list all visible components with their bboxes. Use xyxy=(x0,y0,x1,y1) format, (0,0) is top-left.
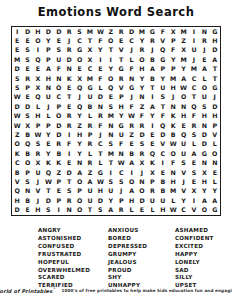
grid-cell[interactable]: J xyxy=(199,46,209,55)
grid-cell[interactable]: X xyxy=(85,46,95,55)
grid-cell[interactable]: T xyxy=(147,83,157,92)
grid-cell[interactable]: M xyxy=(85,74,95,83)
grid-cell[interactable]: H xyxy=(158,206,168,215)
grid-cell[interactable]: U xyxy=(43,93,53,102)
grid-cell[interactable]: V xyxy=(158,36,168,45)
grid-cell[interactable]: N xyxy=(116,149,126,158)
grid-cell[interactable]: Z xyxy=(12,130,22,139)
grid-cell[interactable]: U xyxy=(178,140,188,149)
grid-cell[interactable]: Y xyxy=(106,196,116,205)
grid-cell[interactable]: P xyxy=(54,102,64,111)
grid-cell[interactable]: O xyxy=(199,206,209,215)
grid-cell[interactable]: D xyxy=(22,102,32,111)
grid-cell[interactable]: F xyxy=(126,102,136,111)
grid-cell[interactable]: T xyxy=(158,102,168,111)
grid-cell[interactable]: G xyxy=(74,46,84,55)
grid-cell[interactable]: G xyxy=(199,149,209,158)
grid-cell[interactable]: H xyxy=(116,102,126,111)
grid-cell[interactable]: V xyxy=(210,130,220,139)
grid-cell[interactable]: E xyxy=(147,130,157,139)
grid-cell[interactable]: O xyxy=(74,177,84,186)
grid-cell[interactable]: E xyxy=(106,93,116,102)
grid-cell[interactable]: X xyxy=(178,46,188,55)
grid-cell[interactable]: N xyxy=(106,130,116,139)
grid-cell[interactable]: C xyxy=(85,65,95,74)
grid-cell[interactable]: Z xyxy=(106,27,116,36)
grid-cell[interactable]: X xyxy=(147,168,157,177)
grid-cell[interactable]: U xyxy=(85,93,95,102)
grid-cell[interactable]: E xyxy=(199,55,209,64)
grid-cell[interactable]: H xyxy=(199,112,209,121)
grid-cell[interactable]: A xyxy=(43,65,53,74)
grid-cell[interactable]: E xyxy=(64,83,74,92)
grid-cell[interactable]: I xyxy=(147,93,157,102)
grid-cell[interactable]: E xyxy=(22,36,32,45)
grid-cell[interactable]: X xyxy=(33,83,43,92)
grid-cell[interactable]: Y xyxy=(178,65,188,74)
grid-cell[interactable]: E xyxy=(22,93,32,102)
grid-cell[interactable]: Y xyxy=(43,149,53,158)
grid-cell[interactable]: C xyxy=(158,149,168,158)
grid-cell[interactable]: E xyxy=(22,65,32,74)
grid-cell[interactable]: B xyxy=(85,102,95,111)
grid-cell[interactable]: A xyxy=(210,196,220,205)
grid-cell[interactable]: H xyxy=(33,206,43,215)
grid-cell[interactable]: C xyxy=(74,36,84,45)
grid-cell[interactable]: E xyxy=(64,159,74,168)
grid-cell[interactable]: M xyxy=(168,74,178,83)
grid-cell[interactable]: G xyxy=(126,83,136,92)
grid-cell[interactable]: E xyxy=(22,206,32,215)
grid-cell[interactable]: R xyxy=(85,159,95,168)
grid-cell[interactable]: H xyxy=(95,187,105,196)
grid-cell[interactable]: J xyxy=(168,93,178,102)
grid-cell[interactable]: A xyxy=(210,55,220,64)
grid-cell[interactable]: Z xyxy=(126,130,136,139)
grid-cell[interactable]: P xyxy=(116,93,126,102)
grid-cell[interactable]: N xyxy=(95,102,105,111)
grid-cell[interactable]: D xyxy=(210,102,220,111)
grid-cell[interactable]: O xyxy=(106,36,116,45)
grid-cell[interactable]: N xyxy=(199,27,209,36)
grid-cell[interactable]: D xyxy=(64,168,74,177)
grid-cell[interactable]: S xyxy=(106,140,116,149)
grid-cell[interactable]: W xyxy=(168,140,178,149)
grid-cell[interactable]: F xyxy=(168,159,178,168)
grid-cell[interactable]: D xyxy=(199,130,209,139)
grid-cell[interactable]: I xyxy=(147,121,157,130)
grid-cell[interactable]: U xyxy=(106,187,116,196)
grid-cell[interactable]: B xyxy=(147,74,157,83)
grid-cell[interactable]: F xyxy=(168,46,178,55)
grid-cell[interactable]: S xyxy=(106,102,116,111)
grid-cell[interactable]: E xyxy=(12,36,22,45)
grid-cell[interactable]: A xyxy=(147,102,157,111)
grid-cell[interactable]: T xyxy=(85,206,95,215)
grid-cell[interactable]: R xyxy=(116,74,126,83)
grid-cell[interactable]: K xyxy=(168,112,178,121)
grid-cell[interactable]: H xyxy=(33,27,43,36)
grid-cell[interactable]: E xyxy=(95,65,105,74)
grid-cell[interactable]: N xyxy=(106,121,116,130)
grid-cell[interactable]: U xyxy=(85,187,95,196)
grid-cell[interactable]: I xyxy=(106,55,116,64)
grid-cell[interactable]: D xyxy=(22,27,32,36)
grid-cell[interactable]: Q xyxy=(158,46,168,55)
grid-cell[interactable]: E xyxy=(33,65,43,74)
grid-cell[interactable]: O xyxy=(178,93,188,102)
grid-cell[interactable]: K xyxy=(168,121,178,130)
grid-cell[interactable]: R xyxy=(33,149,43,158)
grid-cell[interactable]: X xyxy=(168,27,178,36)
grid-cell[interactable]: O xyxy=(54,83,64,92)
grid-cell[interactable]: Z xyxy=(74,121,84,130)
grid-cell[interactable]: F xyxy=(95,74,105,83)
grid-cell[interactable]: E xyxy=(116,36,126,45)
grid-cell[interactable]: I xyxy=(189,196,199,205)
grid-cell[interactable]: R xyxy=(95,112,105,121)
grid-cell[interactable]: Q xyxy=(12,187,22,196)
grid-cell[interactable]: X xyxy=(199,168,209,177)
grid-cell[interactable]: F xyxy=(95,36,105,45)
grid-cell[interactable]: R xyxy=(116,27,126,36)
grid-cell[interactable]: M xyxy=(137,27,147,36)
grid-cell[interactable]: D xyxy=(12,65,22,74)
grid-cell[interactable]: X xyxy=(189,187,199,196)
grid-cell[interactable]: E xyxy=(137,206,147,215)
grid-cell[interactable]: O xyxy=(54,112,64,121)
grid-cell[interactable]: M xyxy=(168,187,178,196)
grid-cell[interactable]: M xyxy=(189,65,199,74)
grid-cell[interactable]: Q xyxy=(189,102,199,111)
grid-cell[interactable]: L xyxy=(85,149,95,158)
grid-cell[interactable]: L xyxy=(95,83,105,92)
grid-cell[interactable]: O xyxy=(22,159,32,168)
grid-cell[interactable]: A xyxy=(106,206,116,215)
grid-cell[interactable]: C xyxy=(126,36,136,45)
grid-cell[interactable]: H xyxy=(178,112,188,121)
grid-cell[interactable]: D xyxy=(210,46,220,55)
grid-cell[interactable]: P xyxy=(33,121,43,130)
grid-cell[interactable]: W xyxy=(33,130,43,139)
grid-cell[interactable]: T xyxy=(116,55,126,64)
grid-cell[interactable]: F xyxy=(95,121,105,130)
grid-cell[interactable]: S xyxy=(12,74,22,83)
grid-cell[interactable]: N xyxy=(137,93,147,102)
grid-cell[interactable]: Y xyxy=(147,112,157,121)
grid-cell[interactable]: Y xyxy=(168,55,178,64)
grid-cell[interactable]: L xyxy=(126,206,136,215)
grid-cell[interactable]: R xyxy=(64,27,74,36)
grid-cell[interactable]: V xyxy=(158,140,168,149)
grid-cell[interactable]: S xyxy=(137,140,147,149)
grid-cell[interactable]: U xyxy=(33,168,43,177)
grid-cell[interactable]: B xyxy=(12,168,22,177)
grid-cell[interactable]: A xyxy=(85,177,95,186)
grid-cell[interactable]: X xyxy=(33,159,43,168)
grid-cell[interactable]: A xyxy=(199,65,209,74)
grid-cell[interactable]: H xyxy=(74,130,84,139)
grid-cell[interactable]: F xyxy=(137,112,147,121)
grid-cell[interactable]: B xyxy=(168,130,178,139)
grid-cell[interactable]: R xyxy=(64,121,74,130)
grid-cell[interactable]: S xyxy=(116,177,126,186)
grid-cell[interactable]: H xyxy=(210,36,220,45)
grid-cell[interactable]: L xyxy=(189,140,199,149)
grid-cell[interactable]: H xyxy=(126,196,136,205)
grid-cell[interactable]: J xyxy=(95,130,105,139)
grid-cell[interactable]: X xyxy=(85,55,95,64)
grid-cell[interactable]: D xyxy=(54,130,64,139)
grid-cell[interactable]: U xyxy=(158,196,168,205)
grid-cell[interactable]: D xyxy=(137,130,147,139)
grid-cell[interactable]: S xyxy=(22,55,32,64)
grid-cell[interactable]: X xyxy=(22,121,32,130)
grid-cell[interactable]: O xyxy=(12,140,22,149)
grid-cell[interactable]: L xyxy=(43,112,53,121)
grid-cell[interactable]: H xyxy=(137,65,147,74)
grid-cell[interactable]: Z xyxy=(85,168,95,177)
grid-cell[interactable]: M xyxy=(12,55,22,64)
grid-cell[interactable]: N xyxy=(199,121,209,130)
grid-cell[interactable]: B xyxy=(126,149,136,158)
grid-cell[interactable]: Q xyxy=(158,121,168,130)
grid-cell[interactable]: G xyxy=(95,168,105,177)
grid-cell[interactable]: S xyxy=(22,177,32,186)
grid-cell[interactable]: D xyxy=(199,140,209,149)
grid-cell[interactable]: L xyxy=(210,177,220,186)
grid-cell[interactable]: T xyxy=(210,65,220,74)
grid-cell[interactable]: S xyxy=(158,93,168,102)
grid-cell[interactable]: Q xyxy=(147,149,157,158)
grid-cell[interactable]: T xyxy=(85,36,95,45)
grid-cell[interactable]: I xyxy=(158,159,168,168)
grid-cell[interactable]: U xyxy=(189,46,199,55)
grid-cell[interactable]: J xyxy=(210,93,220,102)
grid-cell[interactable]: I xyxy=(126,168,136,177)
grid-cell[interactable]: U xyxy=(116,130,126,139)
grid-cell[interactable]: N xyxy=(54,74,64,83)
grid-cell[interactable]: R xyxy=(137,46,147,55)
grid-cell[interactable]: N xyxy=(22,187,32,196)
grid-cell[interactable]: Z xyxy=(137,102,147,111)
grid-cell[interactable]: P xyxy=(85,130,95,139)
grid-cell[interactable]: R xyxy=(137,121,147,130)
grid-cell[interactable]: Q xyxy=(74,102,84,111)
grid-cell[interactable]: J xyxy=(43,102,53,111)
grid-cell[interactable]: L xyxy=(126,55,136,64)
grid-cell[interactable]: M xyxy=(178,27,188,36)
grid-cell[interactable]: Z xyxy=(54,168,64,177)
grid-cell[interactable]: R xyxy=(147,36,157,45)
grid-cell[interactable]: S xyxy=(12,83,22,92)
grid-cell[interactable]: E xyxy=(54,36,64,45)
grid-cell[interactable]: Y xyxy=(95,46,105,55)
grid-cell[interactable]: D xyxy=(95,196,105,205)
grid-cell[interactable]: T xyxy=(43,187,53,196)
grid-cell[interactable]: Q xyxy=(106,83,116,92)
grid-cell[interactable]: J xyxy=(64,36,74,45)
grid-cell[interactable]: Q xyxy=(43,168,53,177)
grid-cell[interactable]: O xyxy=(106,74,116,83)
grid-cell[interactable]: X xyxy=(137,159,147,168)
grid-cell[interactable]: P xyxy=(43,121,53,130)
grid-cell[interactable]: I xyxy=(189,27,199,36)
grid-cell[interactable]: Q xyxy=(22,140,32,149)
grid-cell[interactable]: H xyxy=(33,112,43,121)
grid-cell[interactable]: J xyxy=(189,55,199,64)
grid-cell[interactable]: W xyxy=(12,93,22,102)
grid-cell[interactable]: S xyxy=(22,112,32,121)
grid-cell[interactable]: U xyxy=(85,196,95,205)
grid-cell[interactable]: G xyxy=(85,83,95,92)
grid-cell[interactable]: S xyxy=(95,206,105,215)
grid-cell[interactable]: P xyxy=(168,65,178,74)
grid-cell[interactable]: E xyxy=(210,168,220,177)
grid-cell[interactable]: S xyxy=(189,168,199,177)
grid-cell[interactable]: C xyxy=(12,159,22,168)
grid-cell[interactable]: P xyxy=(43,55,53,64)
grid-cell[interactable]: O xyxy=(126,177,136,186)
grid-cell[interactable]: J xyxy=(126,46,136,55)
grid-cell[interactable]: P xyxy=(54,196,64,205)
grid-cell[interactable]: Y xyxy=(137,36,147,45)
grid-cell[interactable]: T xyxy=(95,149,105,158)
grid-cell[interactable]: L xyxy=(147,206,157,215)
grid-cell[interactable]: P xyxy=(158,65,168,74)
grid-cell[interactable]: Y xyxy=(199,187,209,196)
grid-cell[interactable]: E xyxy=(74,65,84,74)
grid-cell[interactable]: A xyxy=(126,187,136,196)
grid-cell[interactable]: C xyxy=(189,74,199,83)
grid-cell[interactable]: G xyxy=(210,206,220,215)
grid-cell[interactable]: O xyxy=(137,55,147,64)
grid-cell[interactable]: C xyxy=(116,168,126,177)
grid-cell[interactable]: R xyxy=(189,121,199,130)
grid-cell[interactable]: F xyxy=(116,140,126,149)
grid-cell[interactable]: S xyxy=(199,102,209,111)
grid-cell[interactable]: P xyxy=(210,121,220,130)
grid-cell[interactable]: P xyxy=(54,177,64,186)
grid-cell[interactable]: N xyxy=(137,177,147,186)
grid-cell[interactable]: E xyxy=(189,177,199,186)
grid-cell[interactable]: T xyxy=(189,93,199,102)
grid-cell[interactable]: H xyxy=(168,83,178,92)
grid-cell[interactable]: R xyxy=(126,121,136,130)
grid-cell[interactable]: B xyxy=(158,177,168,186)
grid-cell[interactable]: S xyxy=(64,187,74,196)
grid-cell[interactable]: N xyxy=(126,74,136,83)
grid-cell[interactable]: E xyxy=(64,102,74,111)
grid-cell[interactable]: J xyxy=(74,93,84,102)
grid-cell[interactable]: E xyxy=(178,121,188,130)
grid-cell[interactable]: E xyxy=(43,140,53,149)
grid-cell[interactable]: F xyxy=(64,140,74,149)
grid-cell[interactable]: Y xyxy=(137,83,147,92)
grid-cell[interactable]: J xyxy=(178,177,188,186)
grid-cell[interactable]: G xyxy=(116,121,126,130)
grid-cell[interactable]: Y xyxy=(74,140,84,149)
grid-cell[interactable]: Q xyxy=(74,83,84,92)
grid-cell[interactable]: I xyxy=(64,149,74,158)
grid-cell[interactable]: J xyxy=(33,177,43,186)
grid-cell[interactable]: Y xyxy=(74,112,84,121)
grid-cell[interactable]: B xyxy=(147,55,157,64)
grid-cell[interactable]: S xyxy=(106,177,116,186)
grid-cell[interactable]: F xyxy=(158,112,168,121)
grid-cell[interactable]: U xyxy=(54,55,64,64)
grid-cell[interactable]: L xyxy=(33,102,43,111)
grid-cell[interactable]: P xyxy=(22,83,32,92)
grid-cell[interactable]: I xyxy=(106,168,116,177)
grid-cell[interactable]: S xyxy=(189,130,199,139)
grid-cell[interactable]: J xyxy=(33,196,43,205)
grid-cell[interactable]: D xyxy=(64,55,74,64)
grid-cell[interactable]: S xyxy=(43,206,53,215)
grid-cell[interactable]: U xyxy=(158,83,168,92)
grid-cell[interactable]: O xyxy=(74,196,84,205)
grid-cell[interactable]: R xyxy=(137,149,147,158)
grid-cell[interactable]: D xyxy=(54,27,64,36)
grid-cell[interactable]: S xyxy=(74,27,84,36)
grid-cell[interactable]: D xyxy=(126,27,136,36)
grid-cell[interactable]: T xyxy=(106,46,116,55)
grid-cell[interactable]: O xyxy=(168,149,178,158)
grid-cell[interactable]: Y xyxy=(210,187,220,196)
grid-cell[interactable]: L xyxy=(85,112,95,121)
grid-cell[interactable]: B xyxy=(22,196,32,205)
grid-cell[interactable]: H xyxy=(168,177,178,186)
grid-cell[interactable]: R xyxy=(22,74,32,83)
grid-cell[interactable]: S xyxy=(33,140,43,149)
grid-cell[interactable]: M xyxy=(85,27,95,36)
grid-cell[interactable]: B xyxy=(22,130,32,139)
grid-cell[interactable]: C xyxy=(95,140,105,149)
grid-cell[interactable]: N xyxy=(168,168,178,177)
grid-cell[interactable]: E xyxy=(12,46,22,55)
grid-cell[interactable]: V xyxy=(33,187,43,196)
grid-cell[interactable]: H xyxy=(43,74,53,83)
grid-cell[interactable]: P xyxy=(147,177,157,186)
grid-cell[interactable]: Q xyxy=(33,55,43,64)
grid-cell[interactable]: K xyxy=(12,149,22,158)
grid-cell[interactable]: G xyxy=(158,55,168,64)
grid-cell[interactable]: U xyxy=(147,196,157,205)
grid-cell[interactable]: G xyxy=(116,65,126,74)
grid-cell[interactable]: U xyxy=(199,93,209,102)
grid-cell[interactable]: R xyxy=(147,187,157,196)
grid-cell[interactable]: A xyxy=(199,196,209,205)
grid-cell[interactable]: T xyxy=(64,93,74,102)
grid-cell[interactable]: D xyxy=(43,27,53,36)
grid-cell[interactable]: L xyxy=(168,196,178,205)
grid-cell[interactable]: Y xyxy=(43,130,53,139)
grid-cell[interactable]: L xyxy=(199,74,209,83)
grid-cell[interactable]: S xyxy=(54,46,64,55)
grid-cell[interactable]: Y xyxy=(43,36,53,45)
grid-cell[interactable]: N xyxy=(74,159,84,168)
grid-cell[interactable]: K xyxy=(54,159,64,168)
grid-cell[interactable]: R xyxy=(116,206,126,215)
grid-cell[interactable]: W xyxy=(12,112,22,121)
grid-cell[interactable]: P xyxy=(168,36,178,45)
grid-cell[interactable]: N xyxy=(199,159,209,168)
grid-cell[interactable]: T xyxy=(64,177,74,186)
grid-cell[interactable]: N xyxy=(43,83,53,92)
grid-cell[interactable]: T xyxy=(210,74,220,83)
grid-cell[interactable]: C xyxy=(178,206,188,215)
grid-cell[interactable]: G xyxy=(210,27,220,36)
